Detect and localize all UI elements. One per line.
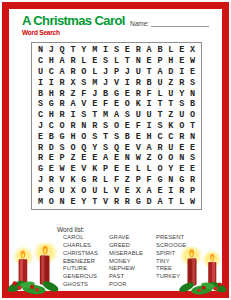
grid-cell[interactable]: F	[111, 175, 122, 186]
grid-cell[interactable]: E	[155, 185, 166, 196]
grid-cell[interactable]: Z	[165, 77, 176, 88]
grid-cell[interactable]: P	[155, 56, 166, 67]
grid-cell[interactable]: Y	[89, 142, 100, 153]
word-item: CHARLES	[63, 242, 109, 250]
grid-cell[interactable]: J	[89, 88, 100, 99]
grid-cell[interactable]: R	[176, 131, 187, 142]
grid-cell[interactable]: I	[144, 121, 155, 132]
grid-cell[interactable]: Z	[68, 88, 79, 99]
grid-cell[interactable]: E	[89, 99, 100, 110]
grid-cell[interactable]: G	[46, 185, 57, 196]
grid-cell[interactable]: E	[187, 142, 198, 153]
grid-cell[interactable]: E	[122, 88, 133, 99]
grid-cell[interactable]: A	[100, 153, 111, 164]
grid-cell[interactable]: O	[78, 185, 89, 196]
grid-cell[interactable]: N	[35, 45, 46, 56]
grid-cell[interactable]: O	[78, 67, 89, 78]
grid-cell[interactable]: K	[165, 121, 176, 132]
grid-cell[interactable]: R	[176, 185, 187, 196]
grid-cell[interactable]: E	[46, 164, 57, 175]
grid-cell[interactable]: N	[122, 153, 133, 164]
grid-cell[interactable]: U	[155, 77, 166, 88]
grid-cell[interactable]: E	[187, 164, 198, 175]
word-item: TINY	[156, 258, 206, 266]
holly-berry	[17, 286, 21, 290]
grid-cell[interactable]: A	[144, 142, 155, 153]
grid-cell[interactable]: N	[187, 131, 198, 142]
grid-cell[interactable]: P	[187, 185, 198, 196]
word-item: GENEROUS	[63, 273, 109, 281]
grid-cell[interactable]: G	[155, 175, 166, 186]
grid-cell[interactable]: S	[100, 121, 111, 132]
grid-cell[interactable]: R	[176, 77, 187, 88]
grid-cell[interactable]: M	[89, 77, 100, 88]
grid-cell[interactable]: I	[165, 185, 176, 196]
grid-cell[interactable]: T	[144, 67, 155, 78]
grid-cell[interactable]: T	[155, 110, 166, 121]
word-list-column: CAROLCHARLESCHRISTMASEBENEZERFUTUREGENER…	[63, 234, 109, 289]
grid-cell[interactable]: G	[133, 196, 144, 207]
grid-cell[interactable]: R	[57, 110, 68, 121]
word-item: NEPHEW	[109, 265, 156, 273]
grid-cell[interactable]: E	[176, 142, 187, 153]
word-list: Word list: CAROLCHARLESCHRISTMASEBENEZER…	[57, 226, 206, 289]
grid-cell[interactable]: E	[68, 164, 79, 175]
grid-cell[interactable]: Y	[165, 164, 176, 175]
letter-grid: NJQTYMISERABLEXCHARLESLTNEPHEWUCAROLJPJU…	[31, 42, 202, 210]
word-item: PAST	[109, 273, 156, 281]
grid-cell[interactable]: S	[100, 142, 111, 153]
grid-cell[interactable]: W	[57, 164, 68, 175]
grid-cell[interactable]: I	[46, 77, 57, 88]
word-item: GRAVE	[109, 234, 156, 242]
grid-cell[interactable]: L	[100, 175, 111, 186]
grid-cell[interactable]: B	[155, 45, 166, 56]
grid-cell[interactable]: J	[35, 121, 46, 132]
grid-cell[interactable]: T	[100, 131, 111, 142]
grid-cell[interactable]: R	[35, 142, 46, 153]
grid-cell[interactable]: U	[165, 88, 176, 99]
grid-cell[interactable]: O	[57, 121, 68, 132]
grid-cell[interactable]: O	[78, 131, 89, 142]
grid-cell[interactable]: E	[89, 56, 100, 67]
grid-cell[interactable]: O	[122, 99, 133, 110]
grid-cell[interactable]: S	[35, 99, 46, 110]
grid-cell[interactable]: N	[57, 196, 68, 207]
grid-cell[interactable]: R	[57, 77, 68, 88]
grid-cell[interactable]: R	[68, 121, 79, 132]
grid-cell[interactable]: K	[89, 164, 100, 175]
grid-cell[interactable]: M	[100, 110, 111, 121]
grid-cell[interactable]: B	[144, 77, 155, 88]
grid-cell[interactable]: Y	[176, 88, 187, 99]
grid-cell[interactable]: P	[133, 175, 144, 186]
grid-cell[interactable]: N	[165, 175, 176, 186]
grid-cell[interactable]: R	[133, 45, 144, 56]
grid-cell[interactable]: I	[100, 45, 111, 56]
grid-cell[interactable]: P	[100, 164, 111, 175]
grid-cell[interactable]: R	[133, 77, 144, 88]
grid-cell[interactable]: R	[89, 175, 100, 186]
word-list-header: Word list:	[57, 226, 206, 233]
grid-cell[interactable]: R	[46, 175, 57, 186]
word-list-column: PRESENTSCROOGESPIRITTINYTREETURKEY	[156, 234, 206, 289]
grid-cell[interactable]: T	[165, 196, 176, 207]
grid-cell[interactable]: Q	[78, 142, 89, 153]
grid-cell[interactable]: T	[155, 99, 166, 110]
word-item: CHRISTMAS	[63, 250, 109, 258]
grid-cell[interactable]: F	[100, 99, 111, 110]
grid-cell[interactable]: I	[68, 110, 79, 121]
grid-cell[interactable]: R	[133, 88, 144, 99]
grid-cell[interactable]: B	[122, 131, 133, 142]
grid-cell[interactable]: A	[111, 110, 122, 121]
grid-cell[interactable]: E	[187, 67, 198, 78]
grid-cell[interactable]: S	[89, 131, 100, 142]
grid-cell[interactable]: L	[133, 164, 144, 175]
grid-cell[interactable]: S	[176, 99, 187, 110]
grid-cell[interactable]: E	[111, 99, 122, 110]
grid-cell[interactable]: E	[68, 196, 79, 207]
grid-cell[interactable]: S	[57, 142, 68, 153]
grid-cell[interactable]: U	[89, 185, 100, 196]
name-blank-line	[151, 19, 209, 27]
holly-berry	[197, 289, 200, 292]
grid-cell[interactable]: K	[133, 99, 144, 110]
word-item: MONEY	[109, 258, 156, 266]
grid-cell[interactable]: S	[187, 77, 198, 88]
grid-cell[interactable]: L	[100, 185, 111, 196]
grid-cell[interactable]: H	[165, 56, 176, 67]
grid-cell[interactable]: I	[144, 99, 155, 110]
grid-cell[interactable]: S	[111, 45, 122, 56]
grid-cell[interactable]: S	[78, 77, 89, 88]
grid-cell[interactable]: G	[176, 175, 187, 186]
grid-cell[interactable]: Q	[111, 142, 122, 153]
grid-cell[interactable]: T	[89, 196, 100, 207]
grid-cell[interactable]: L	[144, 164, 155, 175]
grid-cell[interactable]: I	[176, 67, 187, 78]
grid-cell[interactable]: H	[46, 110, 57, 121]
word-list-column: GRAVEGREEDMISERABLEMONEYNEPHEWPASTPOOR	[109, 234, 156, 289]
grid-cell[interactable]: R	[111, 196, 122, 207]
grid-cell[interactable]: J	[100, 67, 111, 78]
grid-cell[interactable]: L	[155, 88, 166, 99]
word-item: GHOSTS	[63, 281, 109, 289]
grid-cell[interactable]: Z	[165, 110, 176, 121]
grid-cell[interactable]: W	[187, 196, 198, 207]
grid-cell[interactable]: S	[187, 153, 198, 164]
grid-cell[interactable]: X	[68, 77, 79, 88]
grid-cell[interactable]: K	[68, 175, 79, 186]
grid-cell[interactable]: C	[155, 131, 166, 142]
grid-cell[interactable]: A	[144, 185, 155, 196]
word-item: SCROOGE	[156, 242, 206, 250]
grid-cell[interactable]: D	[46, 142, 57, 153]
grid-cell[interactable]: U	[35, 67, 46, 78]
grid-cell[interactable]: A	[155, 67, 166, 78]
grid-cell[interactable]: R	[122, 196, 133, 207]
word-item: PRESENT	[156, 234, 206, 242]
grid-cell[interactable]: O	[155, 164, 166, 175]
word-item: TURKEY	[156, 273, 206, 281]
grid-cell[interactable]: U	[57, 185, 68, 196]
word-item: EBENEZER	[63, 258, 109, 266]
grid-cell[interactable]: N	[78, 121, 89, 132]
grid-cell[interactable]: I	[122, 77, 133, 88]
grid-cell[interactable]: P	[111, 67, 122, 78]
word-item: CAROL	[63, 234, 109, 242]
word-item: TREE	[156, 265, 206, 273]
grid-cell[interactable]: V	[78, 99, 89, 110]
grid-cell[interactable]: E	[176, 164, 187, 175]
grid-cell[interactable]: B	[187, 99, 198, 110]
grid-cell[interactable]: C	[35, 56, 46, 67]
grid-cell[interactable]: C	[46, 67, 57, 78]
grid-cell[interactable]: E	[144, 56, 155, 67]
word-item: FUTURE	[63, 265, 109, 273]
grid-cell[interactable]: Z	[144, 153, 155, 164]
grid-cell[interactable]: S	[100, 56, 111, 67]
grid-cell[interactable]: Y	[78, 196, 89, 207]
holly-berry	[30, 285, 34, 289]
grid-cell[interactable]: L	[176, 196, 187, 207]
grid-cell[interactable]: S	[111, 131, 122, 142]
grid-cell[interactable]: N	[176, 153, 187, 164]
grid-cell[interactable]: R	[89, 121, 100, 132]
grid-cell[interactable]: V	[111, 77, 122, 88]
grid-cell[interactable]: A	[155, 196, 166, 207]
grid-cell[interactable]: M	[89, 45, 100, 56]
grid-cell[interactable]: H	[68, 131, 79, 142]
grid-cell[interactable]: T	[68, 45, 79, 56]
grid-cell[interactable]: X	[187, 45, 198, 56]
grid-cell[interactable]: O	[187, 110, 198, 121]
word-item: MISERABLE	[109, 250, 156, 258]
grid-cell[interactable]: D	[165, 67, 176, 78]
grid-cell[interactable]: L	[165, 45, 176, 56]
grid-cell[interactable]: V	[133, 142, 144, 153]
grid-cell[interactable]: G	[57, 131, 68, 142]
grid-cell[interactable]: E	[122, 142, 133, 153]
grid-cell[interactable]: M	[35, 196, 46, 207]
grid-cell[interactable]: R	[35, 153, 46, 164]
grid-cell[interactable]: R	[57, 88, 68, 99]
grid-cell[interactable]: V	[111, 185, 122, 196]
grid-cell[interactable]: S	[122, 110, 133, 121]
grid-cell[interactable]: O	[155, 153, 166, 164]
grid-cell[interactable]: B	[46, 131, 57, 142]
grid-cell[interactable]: G	[46, 99, 57, 110]
grid-cell[interactable]: O	[111, 121, 122, 132]
grid-cell[interactable]: R	[68, 56, 79, 67]
grid-cell[interactable]: J	[35, 175, 46, 186]
grid-cell[interactable]: E	[35, 131, 46, 142]
grid-cell[interactable]: F	[133, 121, 144, 132]
grid-cell[interactable]: E	[122, 185, 133, 196]
grid-cell[interactable]: L	[78, 56, 89, 67]
word-item: POOR	[109, 281, 156, 289]
grid-cell[interactable]: G	[35, 164, 46, 175]
holly-berry	[35, 288, 39, 292]
grid-cell[interactable]: O	[165, 153, 176, 164]
name-label: Name:	[130, 20, 149, 27]
grid-cell[interactable]: G	[111, 88, 122, 99]
grid-cell[interactable]: R	[155, 142, 166, 153]
grid-cell[interactable]: T	[89, 110, 100, 121]
grid-cell[interactable]: Q	[57, 45, 68, 56]
grid-cell[interactable]: C	[46, 121, 57, 132]
grid-cell[interactable]: X	[68, 185, 79, 196]
grid-cell[interactable]: H	[46, 88, 57, 99]
word-item: GREED	[109, 242, 156, 250]
grid-cell[interactable]: N	[187, 88, 198, 99]
grid-cell[interactable]: S	[78, 110, 89, 121]
grid-cell[interactable]: U	[165, 142, 176, 153]
page-title: A Christmas Carol	[22, 13, 125, 28]
grid-cell[interactable]: E	[122, 45, 133, 56]
grid-cell[interactable]: J	[122, 67, 133, 78]
grid-cell[interactable]: B	[35, 88, 46, 99]
grid-cell[interactable]: R	[57, 99, 68, 110]
page-subtitle: Word Search	[22, 29, 60, 36]
grid-cell[interactable]: O	[176, 121, 187, 132]
candles-holly-decoration-left	[6, 243, 64, 295]
grid-cell[interactable]: E	[46, 153, 57, 164]
grid-cell[interactable]: X	[133, 185, 144, 196]
grid-cell[interactable]: S	[155, 121, 166, 132]
grid-cell[interactable]: U	[176, 110, 187, 121]
grid-cell[interactable]: E	[111, 164, 122, 175]
grid-cell[interactable]: W	[133, 153, 144, 164]
grid-cell[interactable]: D	[144, 196, 155, 207]
grid-cell[interactable]: F	[78, 88, 89, 99]
grid-cell[interactable]: Z	[68, 153, 79, 164]
grid-cell[interactable]: U	[144, 110, 155, 121]
grid-cell[interactable]: Z	[122, 175, 133, 186]
grid-cell[interactable]: L	[111, 56, 122, 67]
grid-cell[interactable]: A	[68, 99, 79, 110]
grid-cell[interactable]: E	[122, 121, 133, 132]
grid-cell[interactable]: V	[100, 196, 111, 207]
grid-cell[interactable]: G	[78, 175, 89, 186]
grid-cell[interactable]: E	[122, 164, 133, 175]
holly-berry	[213, 287, 217, 291]
holly-berry	[13, 281, 17, 285]
grid-cell[interactable]: C	[165, 131, 176, 142]
grid-cell[interactable]: L	[89, 67, 100, 78]
grid-cell[interactable]: Y	[78, 45, 89, 56]
grid-cell[interactable]: W	[187, 56, 198, 67]
grid-cell[interactable]: V	[57, 175, 68, 186]
grid-cell[interactable]: E	[111, 153, 122, 164]
grid-cell[interactable]: J	[46, 45, 57, 56]
grid-cell[interactable]: B	[100, 88, 111, 99]
grid-cell[interactable]: F	[144, 175, 155, 186]
grid-cell[interactable]: E	[89, 153, 100, 164]
grid-cell[interactable]: H	[144, 131, 155, 142]
grid-cell[interactable]: O	[46, 196, 57, 207]
grid-cell[interactable]: T	[122, 56, 133, 67]
grid-cell[interactable]: A	[57, 56, 68, 67]
grid-cell[interactable]: O	[68, 142, 79, 153]
grid-cell[interactable]: V	[78, 164, 89, 175]
grid-cell[interactable]: E	[176, 56, 187, 67]
grid-cell[interactable]: N	[133, 56, 144, 67]
grid-cell[interactable]: H	[46, 56, 57, 67]
grid-cell[interactable]: E	[78, 153, 89, 164]
holly-berry	[218, 283, 222, 287]
grid-cell[interactable]: P	[35, 185, 46, 196]
grid-cell[interactable]: I	[35, 77, 46, 88]
word-item: SPIRIT	[156, 250, 206, 258]
grid-cell[interactable]: A	[57, 67, 68, 78]
grid-cell[interactable]: A	[144, 45, 155, 56]
grid-cell[interactable]: C	[35, 110, 46, 121]
grid-cell[interactable]: T	[187, 121, 198, 132]
grid-cell[interactable]: U	[133, 67, 144, 78]
grid-cell[interactable]: U	[133, 110, 144, 121]
grid-cell[interactable]: R	[68, 67, 79, 78]
grid-cell[interactable]: E	[176, 45, 187, 56]
grid-cell[interactable]: R	[187, 175, 198, 186]
grid-cell[interactable]: T	[165, 99, 176, 110]
grid-cell[interactable]: P	[57, 153, 68, 164]
grid-cell[interactable]: E	[133, 131, 144, 142]
worksheet-page: A Christmas Carol Word Search Name: NJQT…	[0, 0, 231, 300]
grid-cell[interactable]: F	[144, 88, 155, 99]
grid-cell[interactable]: J	[100, 77, 111, 88]
name-field: Name:	[130, 19, 209, 27]
